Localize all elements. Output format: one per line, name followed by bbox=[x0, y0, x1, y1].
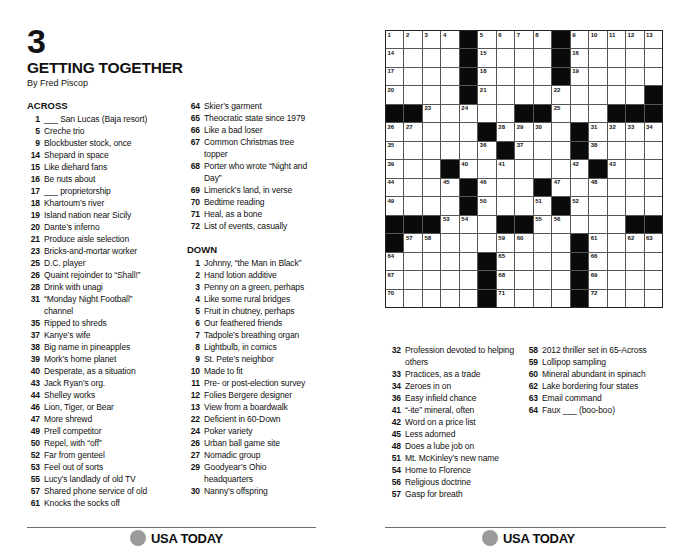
grid-cell-r4c8[interactable] bbox=[515, 86, 532, 103]
block-cell bbox=[386, 105, 403, 122]
clue-down-59: 59Lollipop sampling bbox=[525, 356, 675, 368]
grid-cell-r5c11[interactable] bbox=[571, 105, 588, 122]
grid-cell-r11c6[interactable] bbox=[478, 216, 495, 233]
block-cell bbox=[497, 216, 514, 233]
grid-cell-r1c9[interactable]: 8 bbox=[534, 31, 551, 48]
grid-cell-r7c3[interactable] bbox=[423, 142, 440, 159]
grid-cell-r8c8[interactable] bbox=[515, 160, 532, 177]
cell-number: 28 bbox=[498, 124, 505, 131]
grid-cell-r11c11[interactable] bbox=[571, 216, 588, 233]
grid-cell-r8c11[interactable]: 42 bbox=[571, 160, 588, 177]
grid-cell-r14c9[interactable] bbox=[534, 271, 551, 288]
grid-cell-r9c6[interactable]: 46 bbox=[478, 179, 495, 196]
cell-number: 26 bbox=[388, 124, 395, 131]
block-cell bbox=[460, 49, 477, 66]
grid-cell-r3c2[interactable] bbox=[404, 68, 421, 85]
cell-number: 52 bbox=[572, 198, 579, 205]
grid-cell-r8c15[interactable] bbox=[645, 160, 662, 177]
grid-cell-r5c5[interactable]: 24 bbox=[460, 105, 477, 122]
clue-down-32: 32Profession devoted to helping others bbox=[388, 344, 540, 368]
grid-cell-r10c11[interactable]: 52 bbox=[571, 197, 588, 214]
grid-cell-r6c9[interactable]: 30 bbox=[534, 123, 551, 140]
block-cell bbox=[534, 179, 551, 196]
block-cell bbox=[497, 142, 514, 159]
puzzle-byline: By Fred Piscop bbox=[27, 78, 88, 88]
block-cell bbox=[404, 216, 421, 233]
grid-cell-r8c10[interactable] bbox=[552, 160, 569, 177]
clue-down-51: 51Mt. McKinley’s new name bbox=[388, 452, 540, 464]
block-cell bbox=[478, 253, 495, 270]
grid-cell-r1c1[interactable]: 1 bbox=[386, 31, 403, 48]
clue-across-46: 46Lion, Tiger, or Bear bbox=[27, 401, 185, 413]
grid-cell-r8c2[interactable] bbox=[404, 160, 421, 177]
down-clues-column-3: 582012 thriller set in 65-Across59Lollip… bbox=[525, 344, 675, 416]
grid-cell-r8c3[interactable] bbox=[423, 160, 440, 177]
block-cell bbox=[460, 31, 477, 48]
clue-down-10: 10Made to fit bbox=[187, 365, 349, 377]
grid-cell-r6c14[interactable]: 33 bbox=[626, 123, 643, 140]
grid-cell-r6c1[interactable]: 26 bbox=[386, 123, 403, 140]
grid-cell-r12c15[interactable]: 63 bbox=[645, 234, 662, 251]
cell-number: 66 bbox=[591, 253, 598, 260]
cell-number: 14 bbox=[388, 50, 395, 57]
grid-cell-r10c13[interactable] bbox=[608, 197, 625, 214]
grid-cell-r14c15[interactable] bbox=[645, 271, 662, 288]
grid-cell-r12c10[interactable] bbox=[552, 234, 569, 251]
grid-cell-r5c10[interactable]: 25 bbox=[552, 105, 569, 122]
grid-cell-r3c15[interactable] bbox=[645, 68, 662, 85]
cell-number: 55 bbox=[535, 216, 542, 223]
grid-cell-r15c10[interactable] bbox=[552, 290, 569, 307]
block-cell bbox=[460, 68, 477, 85]
grid-cell-r15c5[interactable] bbox=[460, 290, 477, 307]
clue-down-64: 64Faux ___ (boo-boo) bbox=[525, 404, 675, 416]
clue-across-14: 14Shepard in space bbox=[27, 149, 185, 161]
grid-cell-r12c9[interactable] bbox=[534, 234, 551, 251]
grid-cell-r3c6[interactable]: 18 bbox=[478, 68, 495, 85]
clue-across-71: 71Heal, as a bone bbox=[187, 208, 349, 220]
grid-cell-r2c12[interactable] bbox=[589, 49, 606, 66]
grid-cell-r15c4[interactable] bbox=[441, 290, 458, 307]
grid-cell-r6c10[interactable] bbox=[552, 123, 569, 140]
block-cell bbox=[552, 31, 569, 48]
block-cell bbox=[571, 253, 588, 270]
grid-cell-r1c11[interactable]: 9 bbox=[571, 31, 588, 48]
grid-cell-r13c12[interactable]: 66 bbox=[589, 253, 606, 270]
grid-cell-r4c13[interactable] bbox=[608, 86, 625, 103]
grid-cell-r8c14[interactable] bbox=[626, 160, 643, 177]
grid-cell-r9c14[interactable] bbox=[626, 179, 643, 196]
grid-cell-r2c4[interactable] bbox=[441, 49, 458, 66]
grid-cell-r4c6[interactable]: 21 bbox=[478, 86, 495, 103]
grid-cell-r3c11[interactable]: 19 bbox=[571, 68, 588, 85]
grid-cell-r9c12[interactable]: 48 bbox=[589, 179, 606, 196]
grid-cell-r12c2[interactable]: 57 bbox=[404, 234, 421, 251]
grid-cell-r2c6[interactable]: 15 bbox=[478, 49, 495, 66]
grid-cell-r10c15[interactable] bbox=[645, 197, 662, 214]
clue-across-66: 66Like a bad loser bbox=[187, 124, 349, 136]
cell-number: 36 bbox=[480, 142, 487, 149]
grid-cell-r7c5[interactable] bbox=[460, 142, 477, 159]
grid-cell-r12c8[interactable]: 60 bbox=[515, 234, 532, 251]
clue-across-68: 68Porter who wrote “Night and Day” bbox=[187, 160, 349, 184]
grid-cell-r10c7[interactable] bbox=[497, 197, 514, 214]
grid-cell-r13c9[interactable] bbox=[534, 253, 551, 270]
clue-across-65: 65Theocratic state since 1979 bbox=[187, 112, 349, 124]
down-clue-list-2: 32Profession devoted to helping others33… bbox=[388, 344, 540, 500]
grid-cell-r10c14[interactable] bbox=[626, 197, 643, 214]
grid-cell-r6c7[interactable]: 28 bbox=[497, 123, 514, 140]
grid-cell-r7c8[interactable]: 37 bbox=[515, 142, 532, 159]
grid-cell-r12c3[interactable]: 58 bbox=[423, 234, 440, 251]
right-page-brand: USA TODAY bbox=[482, 530, 575, 546]
grid-cell-r15c13[interactable] bbox=[608, 290, 625, 307]
grid-cell-r14c2[interactable] bbox=[404, 271, 421, 288]
usa-today-globe-icon bbox=[482, 530, 498, 546]
block-cell bbox=[571, 234, 588, 251]
grid-cell-r9c8[interactable] bbox=[515, 179, 532, 196]
grid-cell-r2c13[interactable] bbox=[608, 49, 625, 66]
grid-cell-r7c1[interactable]: 35 bbox=[386, 142, 403, 159]
grid-cell-r10c1[interactable]: 49 bbox=[386, 197, 403, 214]
clue-across-23: 23Bricks-and-mortar worker bbox=[27, 245, 185, 257]
clue-across-44: 44Shelley works bbox=[27, 389, 185, 401]
grid-cell-r11c12[interactable] bbox=[589, 216, 606, 233]
grid-cell-r3c14[interactable] bbox=[626, 68, 643, 85]
grid-cell-r14c8[interactable] bbox=[515, 271, 532, 288]
grid-cell-r10c8[interactable] bbox=[515, 197, 532, 214]
grid-cell-r8c1[interactable]: 39 bbox=[386, 160, 403, 177]
grid-cell-r13c7[interactable]: 65 bbox=[497, 253, 514, 270]
grid-cell-r4c9[interactable] bbox=[534, 86, 551, 103]
grid-cell-r3c4[interactable] bbox=[441, 68, 458, 85]
grid-cell-r4c12[interactable] bbox=[589, 86, 606, 103]
cell-number: 8 bbox=[535, 32, 538, 39]
cell-number: 43 bbox=[609, 161, 616, 168]
clue-across-19: 19Island nation near Sicily bbox=[27, 209, 185, 221]
grid-cell-r12c12[interactable]: 61 bbox=[589, 234, 606, 251]
grid-cell-r5c3[interactable]: 23 bbox=[423, 105, 440, 122]
grid-cell-r14c1[interactable]: 67 bbox=[386, 271, 403, 288]
cell-number: 7 bbox=[517, 32, 520, 39]
cell-number: 42 bbox=[572, 161, 579, 168]
cell-number: 19 bbox=[572, 68, 579, 75]
clue-across-5: 5Creche trio bbox=[27, 125, 185, 137]
grid-cell-r10c9[interactable]: 51 bbox=[534, 197, 551, 214]
block-cell bbox=[645, 216, 662, 233]
block-cell bbox=[571, 271, 588, 288]
cell-number: 10 bbox=[591, 32, 598, 39]
grid-cell-r7c10[interactable] bbox=[552, 142, 569, 159]
clue-across-37: 37Kanye’s wife bbox=[27, 329, 185, 341]
grid-cell-r3c7[interactable] bbox=[497, 68, 514, 85]
grid-cell-r15c8[interactable] bbox=[515, 290, 532, 307]
grid-cell-r15c2[interactable] bbox=[404, 290, 421, 307]
grid-cell-r7c12[interactable]: 38 bbox=[589, 142, 606, 159]
grid-cell-r1c12[interactable]: 10 bbox=[589, 31, 606, 48]
grid-cell-r4c7[interactable] bbox=[497, 86, 514, 103]
grid-cell-r4c10[interactable]: 22 bbox=[552, 86, 569, 103]
cell-number: 60 bbox=[517, 235, 524, 242]
grid-cell-r14c14[interactable] bbox=[626, 271, 643, 288]
grid-cell-r12c14[interactable]: 62 bbox=[626, 234, 643, 251]
grid-cell-r14c3[interactable] bbox=[423, 271, 440, 288]
grid-cell-r13c15[interactable] bbox=[645, 253, 662, 270]
grid-cell-r2c1[interactable]: 14 bbox=[386, 49, 403, 66]
clue-down-8: 8Lightbulb, in comics bbox=[187, 341, 349, 353]
cell-number: 32 bbox=[609, 124, 616, 131]
grid-cell-r12c5[interactable] bbox=[460, 234, 477, 251]
grid-cell-r13c5[interactable] bbox=[460, 253, 477, 270]
cell-number: 18 bbox=[480, 68, 487, 75]
grid-cell-r13c4[interactable] bbox=[441, 253, 458, 270]
clue-across-1: 1___ San Lucas (Baja resort) bbox=[27, 113, 185, 125]
grid-cell-r11c5[interactable]: 54 bbox=[460, 216, 477, 233]
grid-cell-r4c3[interactable] bbox=[423, 86, 440, 103]
grid-cell-r6c2[interactable]: 27 bbox=[404, 123, 421, 140]
cell-number: 13 bbox=[646, 32, 653, 39]
clue-down-11: 11Pre- or post-election survey bbox=[187, 377, 349, 389]
block-cell bbox=[552, 49, 569, 66]
block-cell bbox=[552, 68, 569, 85]
grid-cell-r15c15[interactable] bbox=[645, 290, 662, 307]
cell-number: 63 bbox=[646, 235, 653, 242]
grid-cell-r14c4[interactable] bbox=[441, 271, 458, 288]
grid-cell-r1c6[interactable]: 5 bbox=[478, 31, 495, 48]
cell-number: 33 bbox=[628, 124, 635, 131]
grid-cell-r13c3[interactable] bbox=[423, 253, 440, 270]
clue-across-18: 18Khartoum’s river bbox=[27, 197, 185, 209]
cell-number: 34 bbox=[646, 124, 653, 131]
grid-cell-r9c11[interactable] bbox=[571, 179, 588, 196]
grid-cell-r10c6[interactable]: 50 bbox=[478, 197, 495, 214]
grid-cell-r14c5[interactable] bbox=[460, 271, 477, 288]
usa-today-globe-icon bbox=[130, 530, 146, 546]
clue-across-53: 53Feel out of sorts bbox=[27, 461, 185, 473]
grid-cell-r10c2[interactable] bbox=[404, 197, 421, 214]
cell-number: 57 bbox=[406, 235, 413, 242]
block-cell bbox=[589, 160, 606, 177]
grid-cell-r2c9[interactable] bbox=[534, 49, 551, 66]
grid-cell-r13c13[interactable] bbox=[608, 253, 625, 270]
grid-cell-r3c9[interactable] bbox=[534, 68, 551, 85]
down-clue-list-1: 1Johnny, “the Man in Black”2Hand lotion … bbox=[187, 257, 349, 497]
crossword-grid: 1234567891011121314151617181920212223242… bbox=[385, 30, 663, 308]
grid-cell-r11c9[interactable]: 55 bbox=[534, 216, 551, 233]
grid-cell-r9c3[interactable] bbox=[423, 179, 440, 196]
grid-cell-r12c4[interactable] bbox=[441, 234, 458, 251]
grid-cell-r2c11[interactable]: 16 bbox=[571, 49, 588, 66]
grid-cell-r2c2[interactable] bbox=[404, 49, 421, 66]
grid-cell-r15c3[interactable] bbox=[423, 290, 440, 307]
grid-cell-r15c7[interactable]: 71 bbox=[497, 290, 514, 307]
down-header: DOWN bbox=[187, 244, 349, 256]
cell-number: 48 bbox=[591, 179, 598, 186]
clue-down-1: 1Johnny, “the Man in Black” bbox=[187, 257, 349, 269]
grid-cell-r12c7[interactable]: 59 bbox=[497, 234, 514, 251]
grid-cell-r7c4[interactable] bbox=[441, 142, 458, 159]
grid-cell-r12c13[interactable] bbox=[608, 234, 625, 251]
grid-cell-r5c12[interactable] bbox=[589, 105, 606, 122]
grid-cell-r15c1[interactable]: 70 bbox=[386, 290, 403, 307]
grid-cell-r13c8[interactable] bbox=[515, 253, 532, 270]
grid-cell-r7c15[interactable] bbox=[645, 142, 662, 159]
grid-cell-r15c12[interactable]: 72 bbox=[589, 290, 606, 307]
grid-cell-r15c9[interactable] bbox=[534, 290, 551, 307]
grid-cell-r6c5[interactable] bbox=[460, 123, 477, 140]
grid-cell-r1c8[interactable]: 7 bbox=[515, 31, 532, 48]
grid-cell-r3c12[interactable] bbox=[589, 68, 606, 85]
grid-cell-r9c15[interactable] bbox=[645, 179, 662, 196]
grid-cell-r8c5[interactable]: 40 bbox=[460, 160, 477, 177]
grid-cell-r14c12[interactable]: 69 bbox=[589, 271, 606, 288]
grid-cell-r6c4[interactable] bbox=[441, 123, 458, 140]
clue-down-42: 42Word on a price list bbox=[388, 416, 540, 428]
clue-across-57: 57Shared phone service of old bbox=[27, 485, 185, 497]
grid-cell-r5c7[interactable] bbox=[497, 105, 514, 122]
cell-number: 56 bbox=[554, 216, 561, 223]
block-cell bbox=[460, 179, 477, 196]
cell-number: 30 bbox=[535, 124, 542, 131]
grid-cell-r14c13[interactable] bbox=[608, 271, 625, 288]
grid-cell-r11c10[interactable]: 56 bbox=[552, 216, 569, 233]
grid-cell-r4c1[interactable]: 20 bbox=[386, 86, 403, 103]
cell-number: 72 bbox=[591, 290, 598, 297]
clue-across-72: 72List of events, casually bbox=[187, 220, 349, 232]
grid-cell-r9c7[interactable] bbox=[497, 179, 514, 196]
grid-cell-r8c6[interactable] bbox=[478, 160, 495, 177]
grid-cell-r2c3[interactable] bbox=[423, 49, 440, 66]
grid-cell-r13c10[interactable] bbox=[552, 253, 569, 270]
clue-across-49: 49Prell competitor bbox=[27, 425, 185, 437]
grid-cell-r1c7[interactable]: 6 bbox=[497, 31, 514, 48]
grid-cell-r8c13[interactable]: 43 bbox=[608, 160, 625, 177]
cell-number: 22 bbox=[554, 87, 561, 94]
grid-cell-r4c11[interactable] bbox=[571, 86, 588, 103]
grid-cell-r9c10[interactable]: 47 bbox=[552, 179, 569, 196]
grid-cell-r1c13[interactable]: 11 bbox=[608, 31, 625, 48]
grid-cell-r2c15[interactable] bbox=[645, 49, 662, 66]
puzzle-title: GETTING TOGETHER bbox=[27, 59, 183, 77]
grid-cell-r8c7[interactable]: 41 bbox=[497, 160, 514, 177]
brand-wordmark: USA TODAY bbox=[151, 531, 223, 546]
cell-number: 45 bbox=[443, 179, 450, 186]
grid-cell-r3c13[interactable] bbox=[608, 68, 625, 85]
clue-across-28: 28Drink with unagi bbox=[27, 281, 185, 293]
grid-cell-r13c2[interactable] bbox=[404, 253, 421, 270]
grid-cell-r5c4[interactable] bbox=[441, 105, 458, 122]
cell-number: 4 bbox=[443, 32, 446, 39]
block-cell bbox=[386, 216, 403, 233]
block-cell bbox=[645, 86, 662, 103]
grid-cell-r6c3[interactable] bbox=[423, 123, 440, 140]
left-page-footer-rule bbox=[27, 527, 316, 528]
grid-cell-r1c2[interactable]: 2 bbox=[404, 31, 421, 48]
clue-across-35: 35Ripped to shreds bbox=[27, 317, 185, 329]
grid-cell-r9c4[interactable]: 45 bbox=[441, 179, 458, 196]
clue-across-47: 47More shrewd bbox=[27, 413, 185, 425]
cell-number: 35 bbox=[388, 142, 395, 149]
cell-number: 53 bbox=[443, 216, 450, 223]
grid-cell-r1c4[interactable]: 4 bbox=[441, 31, 458, 48]
clue-down-33: 33Practices, as a trade bbox=[388, 368, 540, 380]
block-cell bbox=[571, 290, 588, 307]
cell-number: 12 bbox=[628, 32, 635, 39]
grid-cell-r3c1[interactable]: 17 bbox=[386, 68, 403, 85]
cell-number: 39 bbox=[388, 161, 395, 168]
grid-cell-r1c14[interactable]: 12 bbox=[626, 31, 643, 48]
grid-cell-r9c2[interactable] bbox=[404, 179, 421, 196]
clue-across-61: 61Knocks the socks off bbox=[27, 497, 185, 509]
grid-cell-r13c14[interactable] bbox=[626, 253, 643, 270]
grid-cell-r3c8[interactable] bbox=[515, 68, 532, 85]
block-cell bbox=[571, 123, 588, 140]
grid-cell-r7c13[interactable] bbox=[608, 142, 625, 159]
cell-number: 23 bbox=[424, 105, 431, 112]
block-cell bbox=[386, 234, 403, 251]
clue-down-30: 30Nanny’s offspring bbox=[187, 485, 349, 497]
grid-cell-r10c4[interactable] bbox=[441, 197, 458, 214]
grid-cell-r10c12[interactable] bbox=[589, 197, 606, 214]
grid-cell-r11c13[interactable] bbox=[608, 216, 625, 233]
cell-number: 70 bbox=[388, 290, 395, 297]
cell-number: 25 bbox=[554, 105, 561, 112]
grid-cell-r2c7[interactable] bbox=[497, 49, 514, 66]
block-cell bbox=[515, 216, 532, 233]
grid-cell-r2c14[interactable] bbox=[626, 49, 643, 66]
clue-across-43: 43Jack Ryan’s org. bbox=[27, 377, 185, 389]
across-clue-list-2: 64Skier’s garment65Theocratic state sinc… bbox=[187, 100, 349, 232]
cell-number: 50 bbox=[480, 198, 487, 205]
clue-down-62: 62Lake bordering four states bbox=[525, 380, 675, 392]
grid-cell-r8c9[interactable] bbox=[534, 160, 551, 177]
grid-cell-r9c1[interactable]: 44 bbox=[386, 179, 403, 196]
grid-cell-r9c13[interactable] bbox=[608, 179, 625, 196]
grid-cell-r7c2[interactable] bbox=[404, 142, 421, 159]
grid-cell-r6c8[interactable]: 29 bbox=[515, 123, 532, 140]
grid-cell-r7c6[interactable]: 36 bbox=[478, 142, 495, 159]
grid-cell-r1c3[interactable]: 3 bbox=[423, 31, 440, 48]
grid-cell-r4c2[interactable] bbox=[404, 86, 421, 103]
block-cell bbox=[404, 105, 421, 122]
clue-down-36: 36Easy infield chance bbox=[388, 392, 540, 404]
grid-cell-r10c3[interactable] bbox=[423, 197, 440, 214]
grid-cell-r3c3[interactable] bbox=[423, 68, 440, 85]
grid-cell-r6c12[interactable]: 31 bbox=[589, 123, 606, 140]
cell-number: 71 bbox=[498, 290, 505, 297]
down-clues-column-2: 32Profession devoted to helping others33… bbox=[388, 344, 540, 500]
grid-cell-r4c14[interactable] bbox=[626, 86, 643, 103]
grid-cell-r6c15[interactable]: 34 bbox=[645, 123, 662, 140]
cell-number: 59 bbox=[498, 235, 505, 242]
grid-cell-r7c9[interactable] bbox=[534, 142, 551, 159]
cell-number: 3 bbox=[424, 32, 427, 39]
grid-cell-r7c14[interactable] bbox=[626, 142, 643, 159]
grid-cell-r15c14[interactable] bbox=[626, 290, 643, 307]
grid-cell-r5c6[interactable] bbox=[478, 105, 495, 122]
grid-cell-r1c15[interactable]: 13 bbox=[645, 31, 662, 48]
grid-cell-r2c8[interactable] bbox=[515, 49, 532, 66]
grid-cell-r14c7[interactable]: 68 bbox=[497, 271, 514, 288]
grid-cell-r13c1[interactable]: 64 bbox=[386, 253, 403, 270]
grid-cell-r14c10[interactable] bbox=[552, 271, 569, 288]
cell-number: 69 bbox=[591, 272, 598, 279]
grid-cell-r11c4[interactable]: 53 bbox=[441, 216, 458, 233]
grid-cell-r4c4[interactable] bbox=[441, 86, 458, 103]
grid-cell-r6c13[interactable]: 32 bbox=[608, 123, 625, 140]
across-header: ACROSS bbox=[27, 100, 185, 112]
grid-cell-r12c6[interactable] bbox=[478, 234, 495, 251]
